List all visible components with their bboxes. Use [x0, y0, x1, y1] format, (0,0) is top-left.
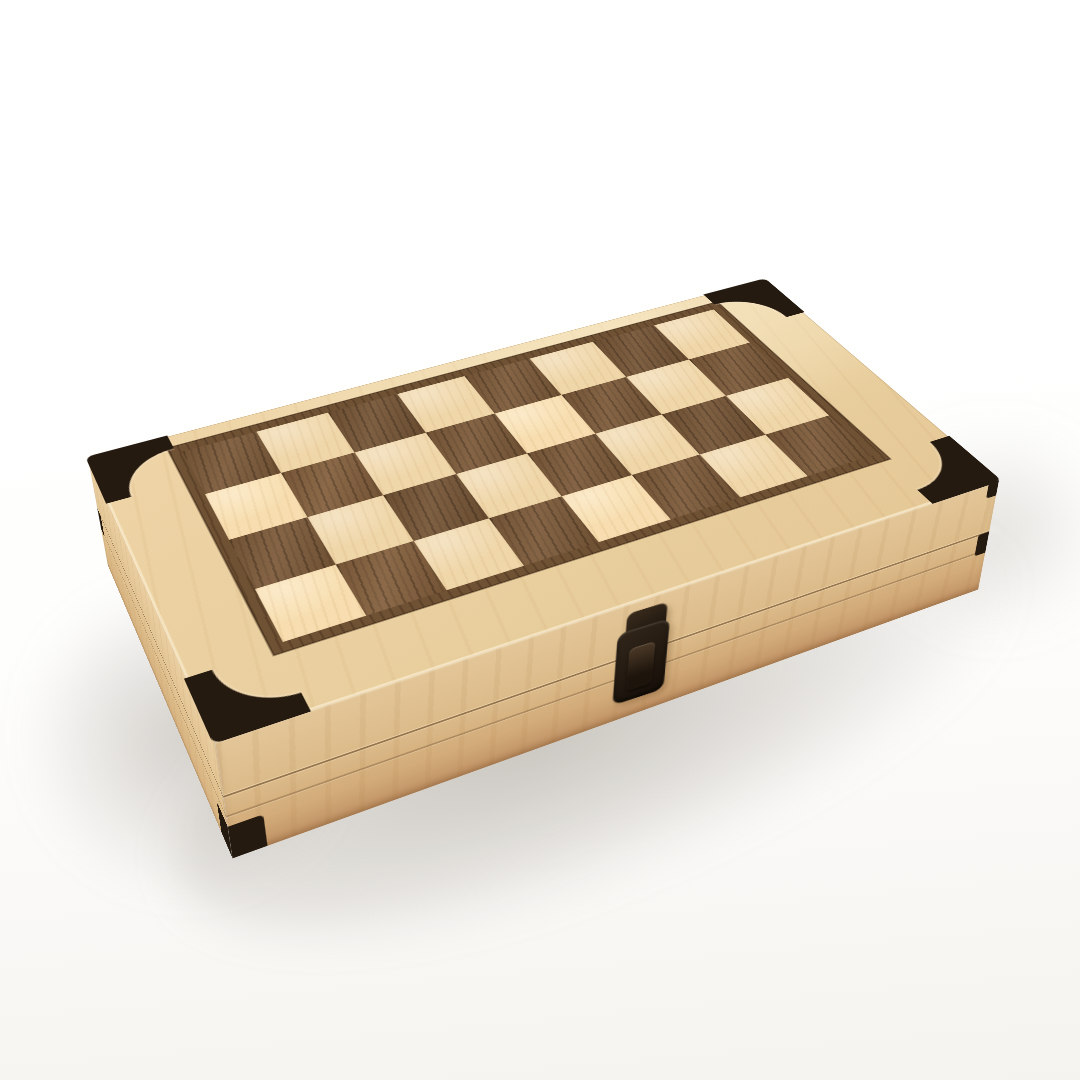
scene [0, 0, 1080, 1080]
product-photo-stage [0, 0, 1080, 1080]
latch-clasp [612, 600, 672, 710]
base-corner-guard-near-icon [228, 814, 268, 858]
